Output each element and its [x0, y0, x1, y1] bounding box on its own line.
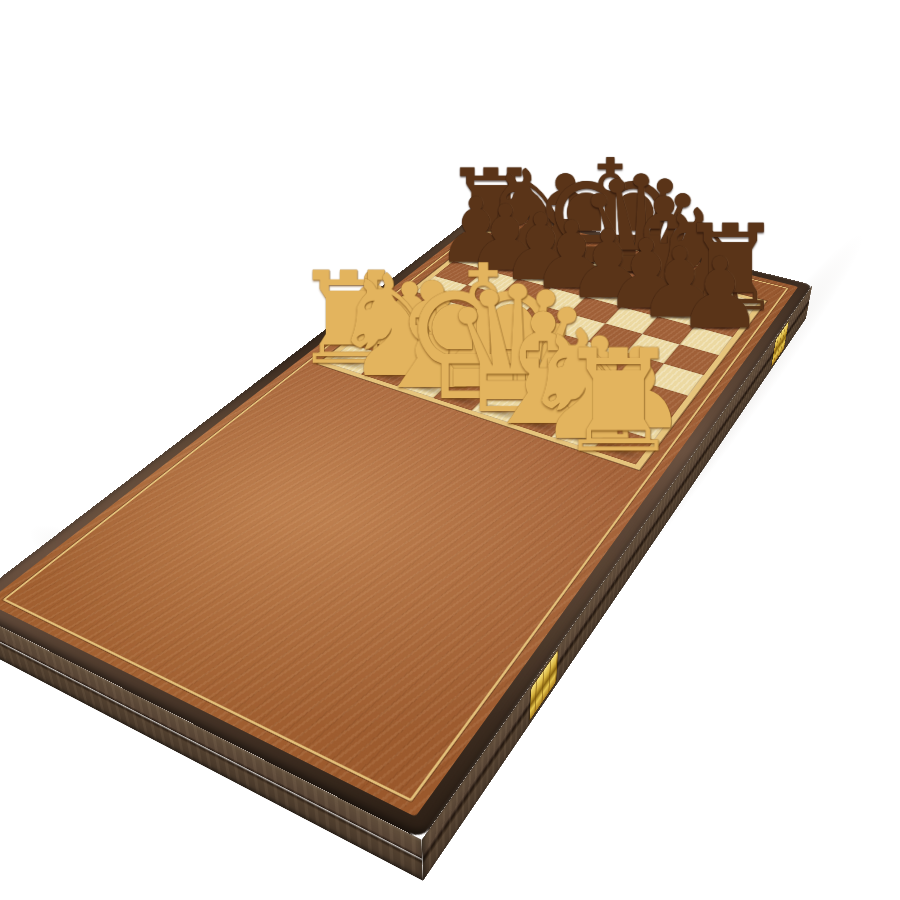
stage: ♜♞♝♚♛♝♞♜♟♟♟♟♟♟♟♟♟♟♟♟♟♟♟♟♜♞♝♚♛♝♞♜	[0, 0, 900, 900]
chess-case: ♜♞♝♚♛♝♞♜♟♟♟♟♟♟♟♟♟♟♟♟♟♟♟♟♜♞♝♚♛♝♞♜	[0, 205, 812, 840]
scene: ♜♞♝♚♛♝♞♜♟♟♟♟♟♟♟♟♟♟♟♟♟♟♟♟♜♞♝♚♛♝♞♜	[0, 0, 900, 900]
